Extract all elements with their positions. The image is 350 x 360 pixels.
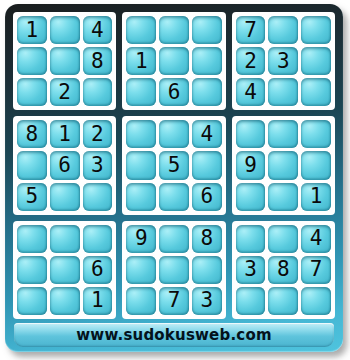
cell-r9c3[interactable]: 1 xyxy=(83,287,113,315)
cell-r9c2[interactable] xyxy=(50,287,80,315)
cell-r2c2[interactable] xyxy=(50,47,80,75)
cell-r8c5[interactable] xyxy=(159,256,189,284)
cell-r7c4[interactable]: 9 xyxy=(126,225,156,253)
cell-r5c1[interactable] xyxy=(17,151,47,179)
cell-r9c8[interactable] xyxy=(268,287,298,315)
footer-url[interactable]: www.sudokusweb.com xyxy=(76,326,271,344)
cell-r8c1[interactable] xyxy=(17,256,47,284)
cell-r1c9[interactable] xyxy=(301,16,331,44)
cell-r4c6[interactable]: 4 xyxy=(192,120,222,148)
cell-r2c4[interactable]: 1 xyxy=(126,47,156,75)
cell-r6c2[interactable] xyxy=(50,183,80,211)
cell-r6c1[interactable]: 5 xyxy=(17,183,47,211)
cell-r3c4[interactable] xyxy=(126,78,156,106)
cell-r8c7[interactable]: 3 xyxy=(236,256,266,284)
cell-r8c6[interactable] xyxy=(192,256,222,284)
cell-r8c4[interactable] xyxy=(126,256,156,284)
box-3-3: 4387 xyxy=(232,221,335,319)
box-2-2: 456 xyxy=(122,116,225,214)
cell-r6c5[interactable] xyxy=(159,183,189,211)
cell-r6c3[interactable] xyxy=(83,183,113,211)
cell-r7c9[interactable]: 4 xyxy=(301,225,331,253)
cell-r3c2[interactable]: 2 xyxy=(50,78,80,106)
cell-r3c9[interactable] xyxy=(301,78,331,106)
cell-r6c6[interactable]: 6 xyxy=(192,183,222,211)
cell-r5c4[interactable] xyxy=(126,151,156,179)
cell-r3c7[interactable]: 4 xyxy=(236,78,266,106)
cell-r8c9[interactable]: 7 xyxy=(301,256,331,284)
cell-r8c3[interactable]: 6 xyxy=(83,256,113,284)
cell-r8c8[interactable]: 8 xyxy=(268,256,298,284)
cell-r1c3[interactable]: 4 xyxy=(83,16,113,44)
cell-r9c6[interactable]: 3 xyxy=(192,287,222,315)
cell-r5c7[interactable]: 9 xyxy=(236,151,266,179)
cell-r2c3[interactable]: 8 xyxy=(83,47,113,75)
cell-r2c1[interactable] xyxy=(17,47,47,75)
cell-r9c7[interactable] xyxy=(236,287,266,315)
cell-r4c5[interactable] xyxy=(159,120,189,148)
cell-r3c6[interactable] xyxy=(192,78,222,106)
cell-r6c7[interactable] xyxy=(236,183,266,211)
cell-r5c2[interactable]: 6 xyxy=(50,151,80,179)
cell-r7c8[interactable] xyxy=(268,225,298,253)
cell-r2c7[interactable]: 2 xyxy=(236,47,266,75)
cell-r5c5[interactable]: 5 xyxy=(159,151,189,179)
cell-r1c8[interactable] xyxy=(268,16,298,44)
cell-r6c9[interactable]: 1 xyxy=(301,183,331,211)
cell-r9c1[interactable] xyxy=(17,287,47,315)
cell-r4c4[interactable] xyxy=(126,120,156,148)
cell-r8c2[interactable] xyxy=(50,256,80,284)
cell-r4c3[interactable]: 2 xyxy=(83,120,113,148)
cell-r1c6[interactable] xyxy=(192,16,222,44)
cell-r7c2[interactable] xyxy=(50,225,80,253)
cell-r3c1[interactable] xyxy=(17,78,47,106)
box-3-1: 61 xyxy=(13,221,116,319)
cell-r9c9[interactable] xyxy=(301,287,331,315)
cell-r9c5[interactable]: 7 xyxy=(159,287,189,315)
cell-r4c2[interactable]: 1 xyxy=(50,120,80,148)
box-1-2: 16 xyxy=(122,12,225,110)
cell-r4c1[interactable]: 8 xyxy=(17,120,47,148)
cell-r1c1[interactable]: 1 xyxy=(17,16,47,44)
sudoku-frame: 1482167234812635456916198734387 www.sudo… xyxy=(5,4,343,352)
cell-r3c5[interactable]: 6 xyxy=(159,78,189,106)
cell-r3c8[interactable] xyxy=(268,78,298,106)
cell-r1c2[interactable] xyxy=(50,16,80,44)
cell-r5c6[interactable] xyxy=(192,151,222,179)
box-1-3: 7234 xyxy=(232,12,335,110)
cell-r7c3[interactable] xyxy=(83,225,113,253)
footer-bar: www.sudokusweb.com xyxy=(14,323,334,347)
cell-r4c8[interactable] xyxy=(268,120,298,148)
box-1-1: 1482 xyxy=(13,12,116,110)
cell-r9c4[interactable] xyxy=(126,287,156,315)
cell-r2c5[interactable] xyxy=(159,47,189,75)
cell-r3c3[interactable] xyxy=(83,78,113,106)
cell-r2c9[interactable] xyxy=(301,47,331,75)
cell-r1c7[interactable]: 7 xyxy=(236,16,266,44)
cell-r6c8[interactable] xyxy=(268,183,298,211)
box-2-1: 812635 xyxy=(13,116,116,214)
cell-r7c6[interactable]: 8 xyxy=(192,225,222,253)
cell-r5c3[interactable]: 3 xyxy=(83,151,113,179)
cell-r7c1[interactable] xyxy=(17,225,47,253)
cell-r5c8[interactable] xyxy=(268,151,298,179)
box-3-2: 9873 xyxy=(122,221,225,319)
cell-r5c9[interactable] xyxy=(301,151,331,179)
cell-r7c5[interactable] xyxy=(159,225,189,253)
cell-r2c6[interactable] xyxy=(192,47,222,75)
cell-r4c7[interactable] xyxy=(236,120,266,148)
cell-r2c8[interactable]: 3 xyxy=(268,47,298,75)
cell-r6c4[interactable] xyxy=(126,183,156,211)
sudoku-board: 1482167234812635456916198734387 xyxy=(13,12,335,319)
box-2-3: 91 xyxy=(232,116,335,214)
cell-r7c7[interactable] xyxy=(236,225,266,253)
cell-r1c5[interactable] xyxy=(159,16,189,44)
cell-r1c4[interactable] xyxy=(126,16,156,44)
cell-r4c9[interactable] xyxy=(301,120,331,148)
